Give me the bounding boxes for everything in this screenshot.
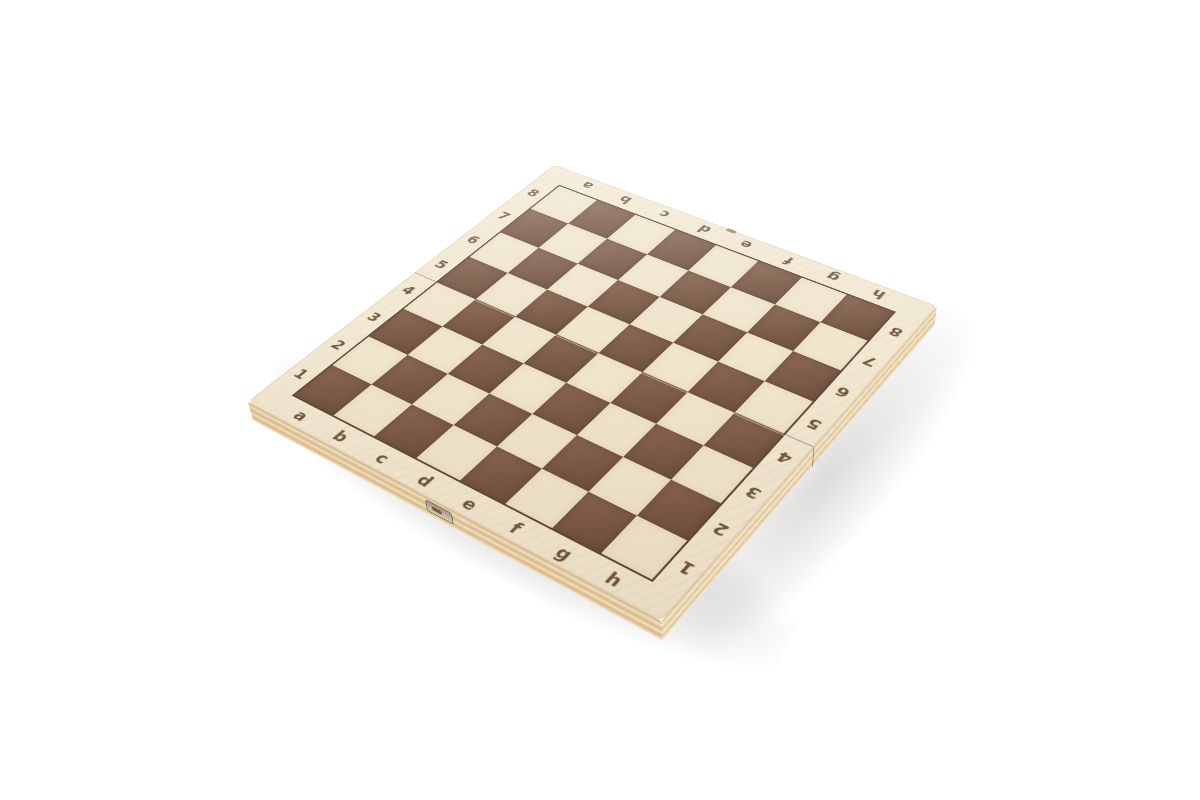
playing-field: [292, 185, 896, 582]
side-seam-line: [812, 446, 814, 467]
chess-board: abcdefgh abcdefgh 87654321 87654321: [253, 183, 935, 641]
clasp-latch-pin: [432, 506, 443, 515]
scene: abcdefgh abcdefgh 87654321 87654321: [0, 0, 1200, 800]
board-top-face: abcdefgh abcdefgh 87654321 87654321: [248, 165, 937, 621]
product-photo: abcdefgh abcdefgh 87654321 87654321: [0, 0, 1200, 800]
